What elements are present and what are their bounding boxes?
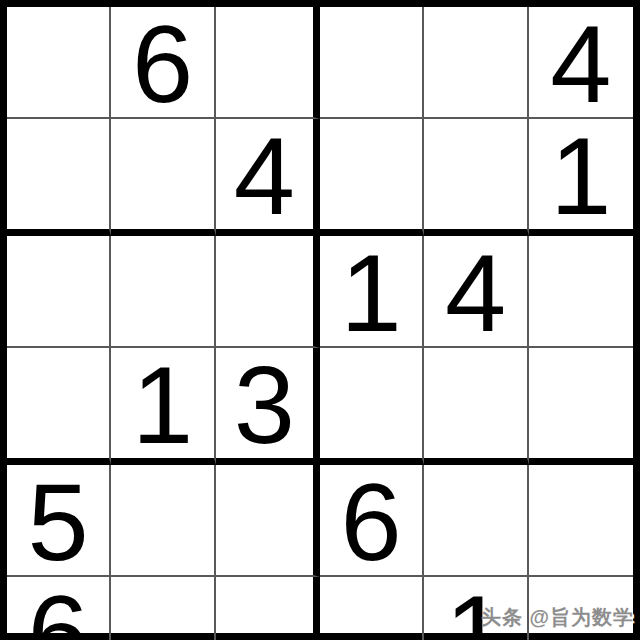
given-digit: 4 [445,238,506,348]
sudoku-board: 644114135661 [0,0,640,640]
given-digit: 6 [132,9,193,119]
watermark: 头条 @旨为数学 [481,604,634,631]
cell-r4c6[interactable] [529,348,633,465]
given-digit: 4 [234,121,295,231]
sudoku-puzzle-image: 644114135661 头条 @旨为数学 [0,0,640,640]
cell-r6c1[interactable]: 6 [7,577,111,640]
given-digit: 4 [550,9,611,119]
cell-r5c1[interactable]: 5 [7,465,111,577]
cell-r6c3[interactable] [216,577,320,640]
cell-r5c6[interactable] [529,465,633,577]
cell-r2c5[interactable] [424,119,528,236]
given-digit: 6 [28,579,89,640]
cell-r4c5[interactable] [424,348,528,465]
cell-r5c5[interactable] [424,465,528,577]
given-digit: 1 [341,238,402,348]
given-digit: 5 [28,467,89,577]
cell-r2c6[interactable]: 1 [529,119,633,236]
cell-r3c6[interactable] [529,236,633,348]
given-digit: 1 [132,350,193,460]
given-digit: 6 [341,467,402,577]
cell-r2c1[interactable] [7,119,111,236]
cell-r1c1[interactable] [7,7,111,119]
cell-r5c4[interactable]: 6 [320,465,424,577]
cell-r2c2[interactable] [111,119,215,236]
cell-r2c3[interactable]: 4 [216,119,320,236]
cell-r1c2[interactable]: 6 [111,7,215,119]
cell-r3c5[interactable]: 4 [424,236,528,348]
cell-r3c3[interactable] [216,236,320,348]
cell-r1c3[interactable] [216,7,320,119]
cell-r6c4[interactable] [320,577,424,640]
cell-r4c1[interactable] [7,348,111,465]
cell-r4c4[interactable] [320,348,424,465]
given-digit: 3 [234,350,295,460]
cell-r1c6[interactable]: 4 [529,7,633,119]
cell-r5c3[interactable] [216,465,320,577]
cell-r2c4[interactable] [320,119,424,236]
cell-r5c2[interactable] [111,465,215,577]
cell-r6c2[interactable] [111,577,215,640]
cell-r4c2[interactable]: 1 [111,348,215,465]
cell-r3c2[interactable] [111,236,215,348]
given-digit: 1 [550,121,611,231]
cell-r3c4[interactable]: 1 [320,236,424,348]
cell-r4c3[interactable]: 3 [216,348,320,465]
cell-r1c5[interactable] [424,7,528,119]
cell-r3c1[interactable] [7,236,111,348]
cell-r1c4[interactable] [320,7,424,119]
